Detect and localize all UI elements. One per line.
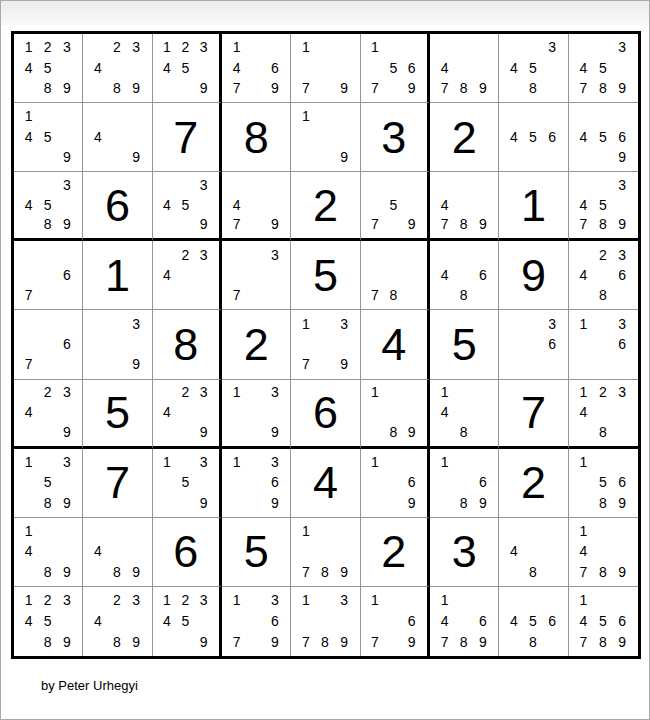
cell-r6c7[interactable]: 148 [430, 380, 499, 449]
candidate-digit [593, 334, 612, 354]
cell-r9c4[interactable]: 13679 [222, 587, 291, 656]
candidate-digit: 9 [57, 147, 76, 167]
candidate-digit: 7 [227, 78, 246, 98]
candidate-digit [403, 590, 421, 611]
candidate-digit [107, 611, 126, 632]
candidate-digit: 6 [473, 265, 492, 285]
candidate-digit: 5 [176, 195, 194, 215]
candidate-digit [366, 175, 384, 195]
candidate-digit [454, 452, 473, 472]
candidate-digit: 2 [38, 590, 57, 611]
candidate-digit: 1 [227, 383, 246, 403]
solved-digit: 1 [105, 253, 130, 298]
cell-r3c9[interactable]: 345789 [569, 172, 638, 241]
candidate-digit: 3 [265, 383, 284, 403]
candidate-digit [473, 244, 492, 264]
cell-r2c5[interactable]: 19 [291, 103, 360, 172]
cell-r1c9[interactable]: 345789 [569, 34, 638, 103]
cell-r8c8[interactable]: 48 [499, 518, 568, 587]
candidate-grid: 456 [499, 103, 567, 171]
candidate-digit [57, 313, 76, 333]
cell-r6c6[interactable]: 189 [361, 380, 430, 449]
candidate-digit: 7 [296, 78, 315, 98]
candidate-digit: 6 [613, 611, 632, 632]
candidate-digit [57, 354, 76, 374]
candidate-digit [593, 541, 612, 561]
cell-r9c5[interactable]: 13789 [291, 587, 360, 656]
cell-r7c6[interactable]: 169 [361, 449, 430, 518]
candidate-digit: 8 [523, 562, 542, 582]
candidate-digit: 6 [473, 472, 492, 492]
cell-r1c6[interactable]: 15679 [361, 34, 430, 103]
candidate-digit: 1 [435, 452, 454, 472]
candidate-digit [57, 195, 76, 215]
candidate-digit: 3 [335, 590, 354, 611]
cell-r5c4[interactable]: 2 [222, 310, 291, 379]
candidate-digit [19, 562, 38, 582]
candidate-digit [593, 147, 612, 167]
candidate-digit [315, 126, 334, 146]
cell-r1c2[interactable]: 23489 [83, 34, 152, 103]
candidate-digit [523, 354, 542, 374]
candidate-digit: 7 [296, 631, 315, 652]
candidate-digit [19, 175, 38, 195]
candidate-grid: 4789 [430, 34, 498, 102]
cell-r8c2[interactable]: 489 [83, 518, 152, 587]
candidate-digit [384, 175, 402, 195]
candidate-digit [613, 195, 632, 215]
cell-r6c9[interactable]: 12348 [569, 380, 638, 449]
cell-r3c7[interactable]: 4789 [430, 172, 499, 241]
candidate-digit [523, 37, 542, 57]
cell-r9c9[interactable]: 1456789 [569, 587, 638, 656]
candidate-digit [574, 334, 593, 354]
candidate-digit [315, 78, 334, 98]
candidate-digit [227, 265, 246, 285]
cell-r5c1[interactable]: 67 [14, 310, 83, 379]
candidate-digit [574, 285, 593, 305]
cell-r1c3[interactable]: 123459 [153, 34, 222, 103]
candidate-digit [593, 37, 612, 57]
cell-r1c4[interactable]: 14679 [222, 34, 291, 103]
cell-r5c7[interactable]: 5 [430, 310, 499, 379]
candidate-digit: 1 [435, 590, 454, 611]
candidate-digit [195, 265, 213, 285]
candidate-digit: 9 [265, 631, 284, 652]
candidate-digit [435, 175, 454, 195]
candidate-digit [227, 492, 246, 512]
cell-r5c9[interactable]: 136 [569, 310, 638, 379]
candidate-digit: 6 [403, 472, 421, 492]
cell-r2c3[interactable]: 7 [153, 103, 222, 172]
candidate-digit [473, 383, 492, 403]
candidate-digit [195, 611, 213, 632]
candidate-digit: 3 [265, 244, 284, 264]
candidate-digit [38, 175, 57, 195]
cell-r5c5[interactable]: 1379 [291, 310, 360, 379]
candidate-digit [88, 521, 107, 541]
cell-r6c3[interactable]: 2349 [153, 380, 222, 449]
cell-r4c2[interactable]: 1 [83, 241, 152, 310]
candidate-digit: 3 [195, 244, 213, 264]
cell-r1c7[interactable]: 4789 [430, 34, 499, 103]
candidate-digit [88, 334, 107, 354]
candidate-digit [38, 313, 57, 333]
candidate-digit [176, 492, 194, 512]
candidate-digit: 4 [574, 402, 593, 422]
cell-r4c3[interactable]: 234 [153, 241, 222, 310]
cell-r7c8[interactable]: 2 [499, 449, 568, 518]
candidate-grid: 489 [83, 518, 151, 586]
cell-r9c6[interactable]: 1679 [361, 587, 430, 656]
page: 1234589234891234591467917915679478934583… [0, 0, 650, 720]
cell-r5c3[interactable]: 8 [153, 310, 222, 379]
candidate-digit [19, 244, 38, 264]
candidate-grid: 4568 [499, 587, 567, 656]
candidate-digit [384, 265, 402, 285]
candidate-grid: 1234589 [14, 587, 82, 656]
candidate-digit: 6 [403, 57, 421, 77]
candidate-digit: 7 [366, 215, 384, 235]
candidate-digit: 3 [613, 313, 632, 333]
candidate-digit [454, 472, 473, 492]
candidate-digit [127, 334, 146, 354]
candidate-digit [613, 57, 632, 77]
solved-digit: 5 [313, 253, 338, 298]
candidate-digit: 8 [593, 78, 612, 98]
cell-r8c1[interactable]: 1489 [14, 518, 83, 587]
candidate-digit [246, 383, 265, 403]
candidate-digit [296, 541, 315, 561]
cell-r2c2[interactable]: 49 [83, 103, 152, 172]
cell-r2c7[interactable]: 2 [430, 103, 499, 172]
cell-r6c1[interactable]: 2349 [14, 380, 83, 449]
candidate-digit [296, 611, 315, 632]
cell-r8c4[interactable]: 5 [222, 518, 291, 587]
cell-r1c8[interactable]: 3458 [499, 34, 568, 103]
candidate-digit: 4 [158, 611, 176, 632]
candidate-digit: 4 [158, 265, 176, 285]
candidate-digit [574, 175, 593, 195]
candidate-digit [158, 215, 176, 235]
candidate-digit: 7 [574, 215, 593, 235]
candidate-digit: 7 [227, 215, 246, 235]
candidate-digit: 8 [593, 631, 612, 652]
candidate-digit [19, 313, 38, 333]
solved-digit: 8 [173, 322, 198, 367]
candidate-digit [523, 334, 542, 354]
candidate-digit [296, 126, 315, 146]
solved-digit: 5 [452, 322, 477, 367]
cell-r5c8[interactable]: 36 [499, 310, 568, 379]
cell-r9c3[interactable]: 123459 [153, 587, 222, 656]
candidate-digit [384, 244, 402, 264]
candidate-grid: 67 [14, 310, 82, 378]
candidate-digit [246, 195, 265, 215]
candidate-digit [158, 244, 176, 264]
candidate-digit: 9 [195, 215, 213, 235]
cell-r1c1[interactable]: 1234589 [14, 34, 83, 103]
cell-r3c3[interactable]: 3459 [153, 172, 222, 241]
candidate-digit [315, 354, 334, 374]
cell-r8c3[interactable]: 6 [153, 518, 222, 587]
cell-r4c7[interactable]: 468 [430, 241, 499, 310]
candidate-digit: 9 [57, 78, 76, 98]
candidate-digit [335, 611, 354, 632]
cell-r9c1[interactable]: 1234589 [14, 587, 83, 656]
candidate-digit [176, 422, 194, 442]
candidate-digit: 1 [574, 521, 593, 541]
cell-r9c8[interactable]: 4568 [499, 587, 568, 656]
candidate-digit: 1 [19, 452, 38, 472]
cell-r8c5[interactable]: 1789 [291, 518, 360, 587]
candidate-digit [296, 334, 315, 354]
candidate-digit [127, 106, 146, 126]
candidate-digit [593, 106, 612, 126]
candidate-digit [38, 265, 57, 285]
candidate-digit [574, 106, 593, 126]
candidate-digit [107, 147, 126, 167]
candidate-digit [38, 334, 57, 354]
candidate-digit: 1 [296, 521, 315, 541]
candidate-digit: 4 [88, 611, 107, 632]
candidate-digit: 1 [19, 590, 38, 611]
candidate-digit [613, 541, 632, 561]
candidate-digit [454, 383, 473, 403]
cell-r4c8[interactable]: 9 [499, 241, 568, 310]
cell-r9c2[interactable]: 23489 [83, 587, 152, 656]
candidate-grid: 13589 [14, 449, 82, 517]
candidate-grid: 14789 [569, 518, 638, 586]
cell-r3c4[interactable]: 479 [222, 172, 291, 241]
candidate-digit [19, 215, 38, 235]
candidate-digit: 9 [613, 78, 632, 98]
candidate-digit: 2 [176, 37, 194, 57]
candidate-digit [38, 285, 57, 305]
candidate-digit [403, 402, 421, 422]
cell-r2c6[interactable]: 3 [361, 103, 430, 172]
candidate-digit: 4 [19, 402, 38, 422]
candidate-digit: 3 [57, 383, 76, 403]
candidate-digit [246, 402, 265, 422]
candidate-digit [246, 285, 265, 305]
candidate-digit [57, 126, 76, 146]
candidate-digit [315, 106, 334, 126]
candidate-digit [315, 57, 334, 77]
candidate-digit [107, 521, 126, 541]
cell-r3c6[interactable]: 579 [361, 172, 430, 241]
candidate-digit [384, 78, 402, 98]
candidate-digit [38, 541, 57, 561]
candidate-digit: 9 [195, 631, 213, 652]
candidate-digit [473, 402, 492, 422]
candidate-digit: 7 [574, 562, 593, 582]
candidate-digit [38, 452, 57, 472]
solved-digit: 7 [521, 390, 546, 435]
candidate-digit: 6 [543, 334, 562, 354]
cell-r3c2[interactable]: 6 [83, 172, 152, 241]
cell-r4c1[interactable]: 67 [14, 241, 83, 310]
candidate-digit [57, 402, 76, 422]
candidate-digit: 9 [613, 215, 632, 235]
candidate-digit: 8 [454, 215, 473, 235]
candidate-digit [613, 106, 632, 126]
cell-r8c7[interactable]: 3 [430, 518, 499, 587]
candidate-digit [19, 147, 38, 167]
candidate-digit: 4 [158, 195, 176, 215]
cell-r7c1[interactable]: 13589 [14, 449, 83, 518]
candidate-digit [366, 244, 384, 264]
candidate-digit: 5 [38, 195, 57, 215]
candidate-digit [158, 78, 176, 98]
candidate-digit: 5 [593, 195, 612, 215]
cell-r7c2[interactable]: 7 [83, 449, 152, 518]
candidate-digit: 6 [613, 265, 632, 285]
candidate-digit: 9 [127, 354, 146, 374]
cell-r7c5[interactable]: 4 [291, 449, 360, 518]
candidate-digit [523, 313, 542, 333]
candidate-digit [246, 244, 265, 264]
solved-digit: 5 [244, 529, 269, 574]
candidate-grid: 1489 [14, 518, 82, 586]
cell-r8c9[interactable]: 14789 [569, 518, 638, 587]
candidate-digit [195, 472, 213, 492]
candidate-digit [315, 147, 334, 167]
header-band [1, 1, 649, 25]
candidate-digit: 8 [454, 78, 473, 98]
candidate-digit: 4 [574, 611, 593, 632]
solved-digit: 6 [173, 529, 198, 574]
candidate-digit: 8 [107, 562, 126, 582]
candidate-digit: 3 [57, 37, 76, 57]
candidate-digit [127, 57, 146, 77]
candidate-digit [19, 492, 38, 512]
cell-r4c4[interactable]: 37 [222, 241, 291, 310]
candidate-digit [158, 175, 176, 195]
candidate-digit: 8 [523, 631, 542, 652]
cell-r4c9[interactable]: 23468 [569, 241, 638, 310]
candidate-digit: 4 [88, 541, 107, 561]
candidate-digit: 6 [473, 611, 492, 632]
candidate-digit [107, 106, 126, 126]
candidate-digit: 8 [38, 562, 57, 582]
candidate-digit [473, 590, 492, 611]
candidate-digit: 4 [574, 57, 593, 77]
candidate-digit [613, 285, 632, 305]
candidate-digit: 2 [176, 590, 194, 611]
candidate-digit [543, 147, 562, 167]
candidate-digit: 6 [403, 611, 421, 632]
candidate-digit: 9 [403, 215, 421, 235]
candidate-digit [613, 354, 632, 374]
candidate-digit: 4 [574, 126, 593, 146]
candidate-digit [574, 492, 593, 512]
candidate-digit: 9 [195, 78, 213, 98]
candidate-digit: 5 [384, 57, 402, 77]
cell-r7c4[interactable]: 1369 [222, 449, 291, 518]
candidate-digit: 3 [613, 175, 632, 195]
solved-digit: 6 [313, 390, 338, 435]
cell-r1c5[interactable]: 179 [291, 34, 360, 103]
cell-r4c5[interactable]: 5 [291, 241, 360, 310]
candidate-digit [504, 37, 523, 57]
candidate-grid: 14679 [222, 34, 290, 102]
candidate-digit [613, 422, 632, 442]
candidate-digit [504, 313, 523, 333]
cell-r6c8[interactable]: 7 [499, 380, 568, 449]
candidate-digit [403, 285, 421, 305]
candidate-digit: 4 [574, 195, 593, 215]
candidate-digit: 4 [19, 57, 38, 77]
candidate-digit: 3 [543, 37, 562, 57]
cell-r8c6[interactable]: 2 [361, 518, 430, 587]
candidate-digit: 9 [127, 78, 146, 98]
candidate-digit: 9 [473, 215, 492, 235]
cell-r7c7[interactable]: 1689 [430, 449, 499, 518]
cell-r6c2[interactable]: 5 [83, 380, 152, 449]
candidate-digit: 3 [57, 590, 76, 611]
candidate-digit [593, 175, 612, 195]
candidate-grid: 78 [361, 241, 427, 309]
solved-digit: 2 [244, 322, 269, 367]
cell-r2c4[interactable]: 8 [222, 103, 291, 172]
candidate-digit: 3 [127, 37, 146, 57]
cell-r7c3[interactable]: 1359 [153, 449, 222, 518]
candidate-digit: 3 [265, 452, 284, 472]
candidate-digit [127, 521, 146, 541]
candidate-digit: 1 [574, 313, 593, 333]
candidate-digit [335, 126, 354, 146]
cell-r6c4[interactable]: 139 [222, 380, 291, 449]
candidate-digit [227, 611, 246, 632]
cell-r9c7[interactable]: 146789 [430, 587, 499, 656]
candidate-digit: 8 [454, 285, 473, 305]
candidate-digit: 8 [38, 78, 57, 98]
candidate-digit [403, 175, 421, 195]
candidate-digit: 3 [195, 590, 213, 611]
candidate-digit [246, 37, 265, 57]
candidate-digit [265, 285, 284, 305]
candidate-digit [265, 265, 284, 285]
cell-r2c8[interactable]: 456 [499, 103, 568, 172]
candidate-digit: 7 [366, 78, 384, 98]
candidate-digit [227, 472, 246, 492]
cell-r2c1[interactable]: 1459 [14, 103, 83, 172]
candidate-digit [523, 106, 542, 126]
candidate-digit [473, 452, 492, 472]
cell-r2c9[interactable]: 4569 [569, 103, 638, 172]
cell-r5c6[interactable]: 4 [361, 310, 430, 379]
cell-r5c2[interactable]: 39 [83, 310, 152, 379]
candidate-digit [127, 126, 146, 146]
candidate-grid: 123459 [153, 34, 219, 102]
cell-r3c1[interactable]: 34589 [14, 172, 83, 241]
candidate-digit: 1 [296, 590, 315, 611]
candidate-digit: 8 [107, 631, 126, 652]
cell-r3c5[interactable]: 2 [291, 172, 360, 241]
cell-r3c8[interactable]: 1 [499, 172, 568, 241]
candidate-digit [127, 611, 146, 632]
candidate-digit: 7 [227, 285, 246, 305]
candidate-digit: 5 [523, 57, 542, 77]
candidate-digit [195, 402, 213, 422]
candidate-digit: 1 [158, 590, 176, 611]
cell-r4c6[interactable]: 78 [361, 241, 430, 310]
candidate-digit [593, 452, 612, 472]
cell-r7c9[interactable]: 15689 [569, 449, 638, 518]
cell-r6c5[interactable]: 6 [291, 380, 360, 449]
candidate-digit [176, 78, 194, 98]
